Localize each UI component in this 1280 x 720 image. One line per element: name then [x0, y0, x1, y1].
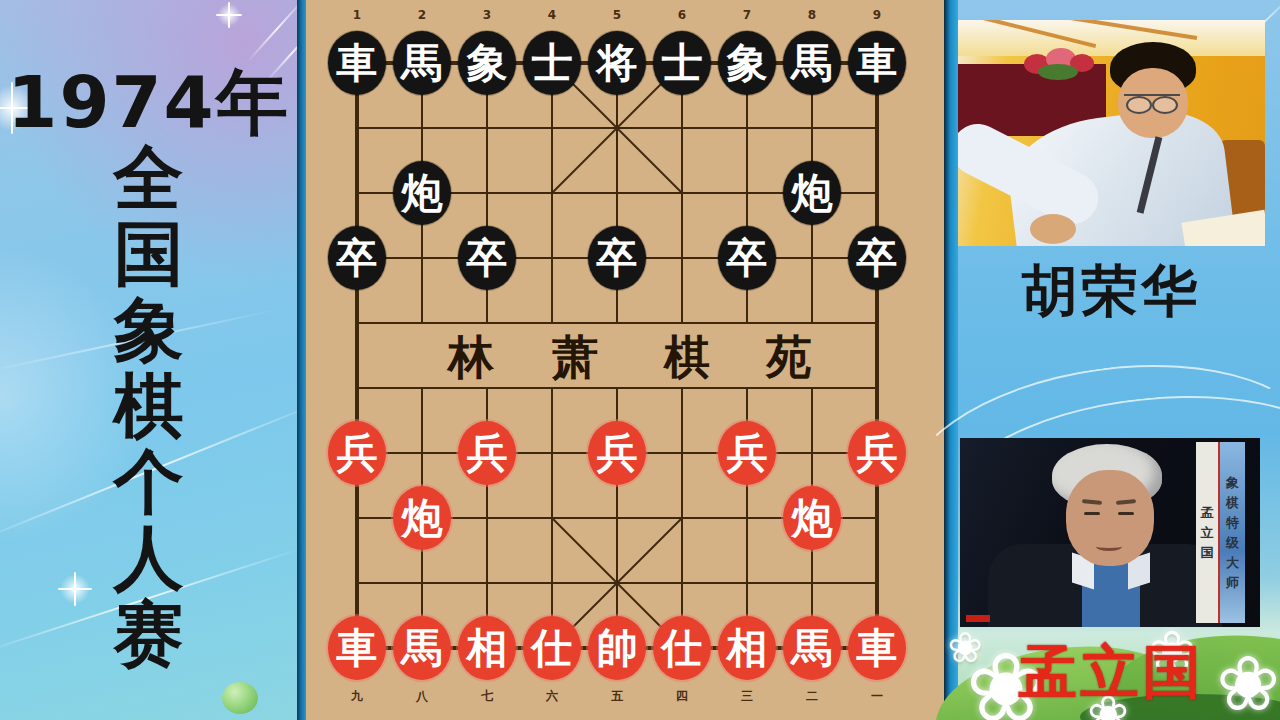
file-label-top-5: 5	[613, 8, 621, 22]
photo-strip-char: 大	[1226, 553, 1239, 573]
event-title-char: 人	[114, 520, 184, 596]
piece-red-general: 帥	[588, 616, 646, 680]
file-label-top-3: 3	[483, 8, 491, 22]
event-title-char: 国	[114, 216, 184, 292]
glasses-icon	[1124, 94, 1180, 112]
river-text-char: 林	[448, 327, 494, 389]
player-bottom-mouth	[1096, 542, 1122, 551]
photo-strip-char: 孟	[1201, 503, 1214, 523]
file-label-top-1: 1	[353, 8, 361, 22]
player-bottom-name: 孟立国	[958, 634, 1265, 712]
file-label-bottom-7: 三	[741, 688, 753, 705]
piece-black-chariot: 車	[848, 31, 906, 95]
photo-strip-char: 国	[1201, 543, 1214, 563]
player-top-hand	[1030, 214, 1076, 244]
piece-black-chariot: 車	[328, 31, 386, 95]
river-text-char: 苑	[766, 327, 812, 389]
photo-strip-char: 级	[1226, 533, 1239, 553]
event-title-char: 个	[114, 444, 184, 520]
piece-black-soldier: 卒	[458, 226, 516, 290]
photo-strip-char: 象	[1226, 473, 1239, 493]
piece-black-general: 将	[588, 31, 646, 95]
piece-red-advisor: 仕	[653, 616, 711, 680]
piece-red-horse: 馬	[783, 616, 841, 680]
file-label-bottom-3: 七	[481, 688, 493, 705]
file-label-top-7: 7	[743, 8, 751, 22]
file-label-bottom-9: 一	[871, 688, 883, 705]
piece-black-horse: 馬	[783, 31, 841, 95]
piece-black-cannon: 炮	[783, 161, 841, 225]
photo-strip-char: 棋	[1226, 493, 1239, 513]
event-title-char: 赛	[114, 596, 184, 672]
player-bottom-eye	[1118, 512, 1134, 515]
piece-red-soldier: 兵	[718, 421, 776, 485]
file-label-bottom-2: 八	[416, 688, 428, 705]
file-label-bottom-6: 四	[676, 688, 688, 705]
river-text-char: 萧	[552, 327, 598, 389]
piece-black-cannon: 炮	[393, 161, 451, 225]
piece-red-elephant: 相	[458, 616, 516, 680]
piece-black-elephant: 象	[718, 31, 776, 95]
file-label-bottom-5: 五	[611, 688, 623, 705]
piece-black-soldier: 卒	[588, 226, 646, 290]
piece-red-soldier: 兵	[458, 421, 516, 485]
photo-logo-mark	[966, 615, 990, 622]
event-year-title: 1974年	[0, 66, 297, 138]
bubble-decoration	[222, 682, 258, 714]
photo-caption-strip-outer: 象棋特级大师	[1220, 442, 1245, 623]
file-label-top-9: 9	[873, 8, 881, 22]
piece-black-elephant: 象	[458, 31, 516, 95]
board-left-edge-strip	[297, 0, 306, 720]
sparkle-icon	[216, 2, 242, 28]
left-background-panel: 1974年 全国象棋个人赛	[0, 0, 297, 720]
board-right-edge-strip	[944, 0, 958, 720]
piece-red-elephant: 相	[718, 616, 776, 680]
piece-red-cannon: 炮	[783, 486, 841, 550]
piece-red-horse: 馬	[393, 616, 451, 680]
event-title-char: 全	[114, 140, 184, 216]
file-label-top-6: 6	[678, 8, 686, 22]
file-label-top-2: 2	[418, 8, 426, 22]
player-top-photo	[958, 20, 1265, 246]
piece-red-chariot: 車	[328, 616, 386, 680]
file-label-bottom-8: 二	[806, 688, 818, 705]
file-label-top-8: 8	[808, 8, 816, 22]
piece-red-chariot: 車	[848, 616, 906, 680]
photo-strip-char: 师	[1226, 573, 1239, 593]
piece-black-soldier: 卒	[718, 226, 776, 290]
photo-strip-char: 立	[1201, 523, 1214, 543]
piece-red-soldier: 兵	[588, 421, 646, 485]
river-text-char: 棋	[664, 327, 710, 389]
piece-black-advisor: 士	[523, 31, 581, 95]
piece-black-soldier: 卒	[848, 226, 906, 290]
file-label-bottom-1: 九	[351, 688, 363, 705]
piece-black-horse: 馬	[393, 31, 451, 95]
piece-red-soldier: 兵	[848, 421, 906, 485]
player-top-name: 胡荣华	[958, 254, 1265, 330]
event-title-char: 象	[114, 292, 184, 368]
piece-black-soldier: 卒	[328, 226, 386, 290]
piece-red-advisor: 仕	[523, 616, 581, 680]
piece-red-cannon: 炮	[393, 486, 451, 550]
file-label-top-4: 4	[548, 8, 556, 22]
photo-strip-char: 特	[1226, 513, 1239, 533]
event-vertical-title: 全国象棋个人赛	[0, 140, 297, 672]
player-bottom-eye	[1084, 512, 1100, 515]
event-title-char: 棋	[114, 368, 184, 444]
xiangqi-board: 123456789 九八七六五四三二一 林萧棋苑 車馬象士将士象馬車炮炮卒卒卒卒…	[306, 0, 944, 720]
player-bottom-photo: 孟立国 象棋特级大师	[960, 438, 1260, 627]
piece-red-soldier: 兵	[328, 421, 386, 485]
player-bottom-face	[1066, 470, 1154, 566]
piece-black-advisor: 士	[653, 31, 711, 95]
file-label-bottom-4: 六	[546, 688, 558, 705]
photo-caption-strip-inner: 孟立国	[1196, 442, 1220, 623]
